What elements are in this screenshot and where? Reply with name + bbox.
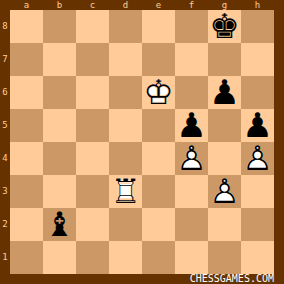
white-pawn-glyph: ♙ bbox=[208, 175, 241, 208]
square-b7 bbox=[43, 43, 76, 76]
square-f8 bbox=[175, 10, 208, 43]
square-a1 bbox=[10, 241, 43, 274]
white-pawn-glyph: ♙ bbox=[175, 142, 208, 175]
square-a2 bbox=[10, 208, 43, 241]
square-h3 bbox=[241, 175, 274, 208]
rank-label-5: 5 bbox=[0, 109, 10, 142]
piece-white-pawn: ♟♙ bbox=[241, 142, 274, 175]
square-e2 bbox=[142, 208, 175, 241]
file-label-d: d bbox=[109, 0, 142, 10]
square-c3 bbox=[76, 175, 109, 208]
black-bishop-glyph: ♝ bbox=[43, 208, 76, 241]
rank-label-2: 2 bbox=[0, 208, 10, 241]
file-label-f: f bbox=[175, 0, 208, 10]
square-e5 bbox=[142, 109, 175, 142]
piece-white-pawn: ♟♙ bbox=[208, 175, 241, 208]
square-g5 bbox=[208, 109, 241, 142]
rank-label-4: 4 bbox=[0, 142, 10, 175]
file-label-c: c bbox=[76, 0, 109, 10]
square-c2 bbox=[76, 208, 109, 241]
rank-label-1: 1 bbox=[0, 241, 10, 274]
square-d5 bbox=[109, 109, 142, 142]
square-f2 bbox=[175, 208, 208, 241]
square-h1 bbox=[241, 241, 274, 274]
square-a4 bbox=[10, 142, 43, 175]
file-label-h: h bbox=[241, 0, 274, 10]
piece-white-king: ♚♔ bbox=[142, 76, 175, 109]
rank-labels: 87654321 bbox=[0, 10, 10, 274]
square-c7 bbox=[76, 43, 109, 76]
square-c6 bbox=[76, 76, 109, 109]
black-king-glyph: ♚ bbox=[208, 10, 241, 43]
square-g2 bbox=[208, 208, 241, 241]
chess-diagram: abcdefgh 87654321 ♚♚♔♟♟♟♟♙♟♙♟♙♜♖♝ CHESSG… bbox=[0, 0, 284, 284]
square-d1 bbox=[109, 241, 142, 274]
piece-black-bishop: ♝ bbox=[43, 208, 76, 241]
square-b8 bbox=[43, 10, 76, 43]
square-c8 bbox=[76, 10, 109, 43]
square-e1 bbox=[142, 241, 175, 274]
white-pawn-glyph: ♙ bbox=[241, 142, 274, 175]
chess-board: ♚♚♔♟♟♟♟♙♟♙♟♙♜♖♝ bbox=[10, 10, 274, 274]
square-c5 bbox=[76, 109, 109, 142]
square-e8 bbox=[142, 10, 175, 43]
square-a3 bbox=[10, 175, 43, 208]
rank-label-3: 3 bbox=[0, 175, 10, 208]
square-e4 bbox=[142, 142, 175, 175]
piece-black-pawn: ♟ bbox=[208, 76, 241, 109]
square-b1 bbox=[43, 241, 76, 274]
square-a7 bbox=[10, 43, 43, 76]
square-b4 bbox=[43, 142, 76, 175]
square-a6 bbox=[10, 76, 43, 109]
square-c1 bbox=[76, 241, 109, 274]
rank-label-7: 7 bbox=[0, 43, 10, 76]
square-c4 bbox=[76, 142, 109, 175]
white-rook-glyph: ♖ bbox=[109, 175, 142, 208]
square-h2 bbox=[241, 208, 274, 241]
square-h7 bbox=[241, 43, 274, 76]
square-a8 bbox=[10, 10, 43, 43]
rank-label-6: 6 bbox=[0, 76, 10, 109]
square-h8 bbox=[241, 10, 274, 43]
rank-label-8: 8 bbox=[0, 10, 10, 43]
square-b5 bbox=[43, 109, 76, 142]
piece-white-pawn: ♟♙ bbox=[175, 142, 208, 175]
square-d6 bbox=[109, 76, 142, 109]
square-g1 bbox=[208, 241, 241, 274]
square-b6 bbox=[43, 76, 76, 109]
black-pawn-glyph: ♟ bbox=[208, 76, 241, 109]
square-f7 bbox=[175, 43, 208, 76]
square-d7 bbox=[109, 43, 142, 76]
white-king-glyph: ♔ bbox=[142, 76, 175, 109]
square-f3 bbox=[175, 175, 208, 208]
file-label-b: b bbox=[43, 0, 76, 10]
watermark-text: CHESSGAMES.COM bbox=[190, 274, 274, 284]
piece-white-rook: ♜♖ bbox=[109, 175, 142, 208]
file-label-a: a bbox=[10, 0, 43, 10]
piece-black-king: ♚ bbox=[208, 10, 241, 43]
square-f1 bbox=[175, 241, 208, 274]
square-e3 bbox=[142, 175, 175, 208]
square-a5 bbox=[10, 109, 43, 142]
square-d8 bbox=[109, 10, 142, 43]
square-d2 bbox=[109, 208, 142, 241]
file-label-e: e bbox=[142, 0, 175, 10]
